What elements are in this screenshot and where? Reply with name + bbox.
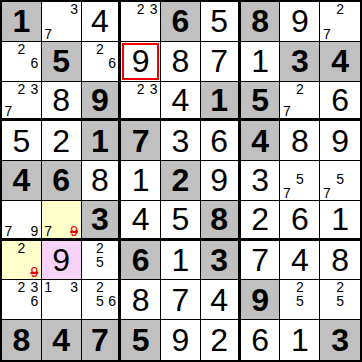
given-digit: 1 <box>12 5 30 37</box>
candidate-7: 7 <box>2 104 15 118</box>
candidate-2: 2 <box>15 280 28 294</box>
candidate-6: 6 <box>28 56 41 70</box>
cell-r2c5[interactable]: 8 <box>161 42 201 82</box>
candidate-7: 7 <box>42 27 55 41</box>
cell-r2c6[interactable]: 7 <box>201 42 241 82</box>
cell-r4c5[interactable]: 3 <box>161 121 201 161</box>
solved-digit: 7 <box>251 244 269 276</box>
cell-r8c7[interactable]: 9 <box>241 280 281 320</box>
solved-digit: 3 <box>172 125 190 157</box>
cell-r6c2[interactable]: 79 <box>42 201 82 241</box>
given-digit: 4 <box>52 324 70 356</box>
pencil-marks: 79 <box>2 201 41 238</box>
given-digit: 9 <box>91 84 109 116</box>
cell-r9c2[interactable]: 4 <box>42 320 82 360</box>
solved-digit: 1 <box>331 203 349 235</box>
cell-r7c7[interactable]: 7 <box>241 241 281 281</box>
given-digit: 1 <box>210 84 228 116</box>
candidate-7: 7 <box>320 27 333 41</box>
pencil-marks: 37 <box>42 2 81 41</box>
cell-r9c3[interactable]: 7 <box>82 320 122 360</box>
struck-candidate-9: 9 <box>68 224 81 238</box>
cell-r2c2[interactable]: 5 <box>42 42 82 82</box>
candidate-9: 9 <box>28 224 41 238</box>
candidate-5: 5 <box>94 255 106 269</box>
pencil-marks: 29 <box>2 241 41 280</box>
cell-r3c1[interactable]: 237 <box>2 82 42 122</box>
pencil-marks: 26 <box>82 42 119 81</box>
given-digit: 5 <box>251 84 269 116</box>
pencil-marks: 25 <box>82 241 119 280</box>
candidate-2: 2 <box>15 82 28 96</box>
candidate-3: 3 <box>147 82 160 96</box>
solved-digit: 9 <box>52 244 70 276</box>
cell-r5c9[interactable]: 57 <box>320 161 360 201</box>
cell-r5c8[interactable]: 57 <box>280 161 320 201</box>
candidate-5: 5 <box>293 172 306 186</box>
solved-digit: 6 <box>331 84 349 116</box>
pencil-marks: 236 <box>2 280 41 319</box>
pencil-marks: 23 <box>121 2 160 41</box>
cell-r2c8[interactable]: 3 <box>280 42 320 82</box>
candidate-1: 1 <box>42 280 55 294</box>
pencil-marks: 23 <box>121 82 160 119</box>
candidate-2: 2 <box>94 280 106 294</box>
cell-r7c9[interactable]: 8 <box>320 241 360 281</box>
given-digit: 7 <box>91 324 109 356</box>
cell-r9c1[interactable]: 8 <box>2 320 42 360</box>
given-digit: 4 <box>331 45 349 77</box>
cell-r6c5[interactable]: 5 <box>161 201 201 241</box>
solved-digit: 7 <box>210 45 228 77</box>
solved-digit: 3 <box>251 164 269 196</box>
cell-r4c9[interactable]: 9 <box>320 121 360 161</box>
cell-r5c2[interactable]: 6 <box>42 161 82 201</box>
solved-digit: 7 <box>172 284 190 316</box>
given-digit: 5 <box>132 324 150 356</box>
solved-digit: 5 <box>210 5 228 37</box>
given-digit: 1 <box>91 125 109 157</box>
solved-digit: 8 <box>331 244 349 276</box>
solved-digit: 6 <box>291 203 309 235</box>
solved-digit: 4 <box>291 244 309 276</box>
cell-r1c7[interactable]: 8 <box>241 2 281 42</box>
candidate-2: 2 <box>15 241 28 255</box>
cell-r8c6[interactable]: 4 <box>201 280 241 320</box>
solved-digit: 8 <box>132 284 150 316</box>
cell-r3c3[interactable]: 9 <box>82 82 122 122</box>
cell-r3c8[interactable]: 27 <box>280 82 320 122</box>
cell-r2c9[interactable]: 4 <box>320 42 360 82</box>
candidate-5: 5 <box>333 294 346 308</box>
pencil-marks: 57 <box>280 161 319 200</box>
pencil-marks: 237 <box>2 82 41 119</box>
cell-r2c1[interactable]: 26 <box>2 42 42 82</box>
cell-r9c8[interactable]: 1 <box>280 320 320 360</box>
pencil-marks: 256 <box>82 280 119 319</box>
cell-r6c4[interactable]: 4 <box>121 201 161 241</box>
cell-r8c1[interactable]: 236 <box>2 280 42 320</box>
candidate-5: 5 <box>293 294 306 308</box>
cell-r6c8[interactable]: 6 <box>280 201 320 241</box>
solved-digit: 6 <box>251 324 269 356</box>
solved-digit: 1 <box>251 45 269 77</box>
cell-r1c3[interactable]: 4 <box>82 2 122 42</box>
cell-r1c5[interactable]: 6 <box>161 2 201 42</box>
solved-digit: 8 <box>91 164 109 196</box>
cell-r6c3[interactable]: 3 <box>82 201 122 241</box>
candidate-2: 2 <box>94 241 106 255</box>
cell-r5c6[interactable]: 9 <box>201 161 241 201</box>
cell-r4c2[interactable]: 2 <box>42 121 82 161</box>
candidate-2: 2 <box>293 280 306 294</box>
cell-r9c5[interactable]: 9 <box>161 320 201 360</box>
candidate-5: 5 <box>94 294 106 308</box>
candidate-3: 3 <box>68 2 81 16</box>
candidate-7: 7 <box>280 186 293 200</box>
given-digit: 3 <box>210 244 228 276</box>
solved-digit: 9 <box>172 324 190 356</box>
cell-r2c3[interactable]: 26 <box>82 42 122 82</box>
cell-r3c6[interactable]: 1 <box>201 82 241 122</box>
solved-digit: 1 <box>132 164 150 196</box>
cell-r1c2[interactable]: 37 <box>42 2 82 42</box>
sudoku-board: 1374236589272652698713423789234152765217… <box>0 0 362 362</box>
cell-r8c3[interactable]: 256 <box>82 280 122 320</box>
solved-digit: 8 <box>291 125 309 157</box>
given-digit: 4 <box>251 125 269 157</box>
given-digit: 3 <box>91 203 109 235</box>
candidate-6: 6 <box>106 56 118 70</box>
solved-digit: 2 <box>52 125 70 157</box>
cell-r6c9[interactable]: 1 <box>320 201 360 241</box>
cell-r4c4[interactable]: 7 <box>121 121 161 161</box>
given-digit: 8 <box>210 203 228 235</box>
cell-r9c9[interactable]: 3 <box>320 320 360 360</box>
cell-r8c4[interactable]: 8 <box>121 280 161 320</box>
cell-r9c7[interactable]: 6 <box>241 320 281 360</box>
cell-r4c8[interactable]: 8 <box>280 121 320 161</box>
solved-digit: 9 <box>291 5 309 37</box>
given-digit: 3 <box>291 45 309 77</box>
given-digit: 4 <box>12 164 30 196</box>
cell-r4c3[interactable]: 1 <box>82 121 122 161</box>
candidate-2: 2 <box>134 82 147 96</box>
cell-r7c8[interactable]: 4 <box>280 241 320 281</box>
cell-r9c4[interactable]: 5 <box>121 320 161 360</box>
cell-r4c6[interactable]: 6 <box>201 121 241 161</box>
cell-r5c3[interactable]: 8 <box>82 161 122 201</box>
solved-digit: 6 <box>210 125 228 157</box>
cell-r1c9[interactable]: 27 <box>320 2 360 42</box>
cell-r8c5[interactable]: 7 <box>161 280 201 320</box>
cell-r1c4[interactable]: 23 <box>121 2 161 42</box>
cell-r5c1[interactable]: 4 <box>2 161 42 201</box>
given-digit: 8 <box>251 5 269 37</box>
solved-digit: 2 <box>251 203 269 235</box>
candidate-3: 3 <box>28 280 41 294</box>
solved-digit: 9 <box>132 45 150 77</box>
candidate-3: 3 <box>147 2 160 16</box>
solved-digit: 1 <box>172 244 190 276</box>
cell-r5c4[interactable]: 1 <box>121 161 161 201</box>
solved-digit: 1 <box>291 324 309 356</box>
cell-r3c5[interactable]: 4 <box>161 82 201 122</box>
candidate-3: 3 <box>28 82 41 96</box>
cell-r3c9[interactable]: 6 <box>320 82 360 122</box>
solved-digit: 4 <box>132 203 150 235</box>
cell-r7c3[interactable]: 25 <box>82 241 122 281</box>
solved-digit: 9 <box>331 125 349 157</box>
pencil-marks: 27 <box>320 2 360 41</box>
cell-r9c6[interactable]: 2 <box>201 320 241 360</box>
given-digit: 6 <box>172 5 190 37</box>
candidate-7: 7 <box>280 104 293 118</box>
given-digit: 3 <box>331 324 349 356</box>
cell-r3c2[interactable]: 8 <box>42 82 82 122</box>
cell-r4c1[interactable]: 5 <box>2 121 42 161</box>
cell-r8c9[interactable]: 25 <box>320 280 360 320</box>
pencil-marks: 57 <box>320 161 360 200</box>
cell-r1c6[interactable]: 5 <box>201 2 241 42</box>
pencil-marks: 13 <box>42 280 81 319</box>
pencil-marks: 26 <box>2 42 41 81</box>
candidate-7: 7 <box>320 186 333 200</box>
given-digit: 9 <box>251 284 269 316</box>
cell-r1c1[interactable]: 1 <box>2 2 42 42</box>
candidate-2: 2 <box>293 82 306 96</box>
solved-digit: 9 <box>210 164 228 196</box>
struck-candidate-9: 9 <box>28 265 41 279</box>
cell-r7c2[interactable]: 9 <box>42 241 82 281</box>
cell-r3c7[interactable]: 5 <box>241 82 281 122</box>
solved-digit: 8 <box>172 45 190 77</box>
cell-r7c4[interactable]: 6 <box>121 241 161 281</box>
cell-r6c6[interactable]: 8 <box>201 201 241 241</box>
cell-r7c6[interactable]: 3 <box>201 241 241 281</box>
candidate-2: 2 <box>15 42 28 56</box>
solved-digit: 5 <box>12 125 30 157</box>
candidate-5: 5 <box>333 172 346 186</box>
given-digit: 6 <box>52 164 70 196</box>
cell-r4c7[interactable]: 4 <box>241 121 281 161</box>
candidate-2: 2 <box>333 2 346 16</box>
candidate-2: 2 <box>333 280 346 294</box>
cell-r8c2[interactable]: 13 <box>42 280 82 320</box>
cell-r7c5[interactable]: 1 <box>161 241 201 281</box>
given-digit: 8 <box>12 324 30 356</box>
cell-r6c1[interactable]: 79 <box>2 201 42 241</box>
candidate-2: 2 <box>94 42 106 56</box>
cell-r2c7[interactable]: 1 <box>241 42 281 82</box>
solved-digit: 4 <box>210 284 228 316</box>
given-digit: 6 <box>132 244 150 276</box>
cell-r7c1[interactable]: 29 <box>2 241 42 281</box>
candidate-7: 7 <box>2 224 15 238</box>
cell-r5c7[interactable]: 3 <box>241 161 281 201</box>
solved-digit: 8 <box>52 84 70 116</box>
cell-r5c5[interactable]: 2 <box>161 161 201 201</box>
given-digit: 2 <box>172 164 190 196</box>
pencil-marks: 25 <box>280 280 319 319</box>
cell-r2c4[interactable]: 9 <box>121 42 161 82</box>
candidate-2: 2 <box>134 2 147 16</box>
given-digit: 7 <box>132 125 150 157</box>
pencil-marks: 27 <box>280 82 319 119</box>
candidate-3: 3 <box>68 280 81 294</box>
pencil-marks: 25 <box>320 280 360 319</box>
cell-r8c8[interactable]: 25 <box>280 280 320 320</box>
solved-digit: 2 <box>210 324 228 356</box>
cell-r6c7[interactable]: 2 <box>241 201 281 241</box>
solved-digit: 4 <box>91 5 109 37</box>
cell-r1c8[interactable]: 9 <box>280 2 320 42</box>
solved-digit: 4 <box>172 84 190 116</box>
given-digit: 5 <box>52 45 70 77</box>
pencil-marks: 79 <box>42 201 81 238</box>
candidate-7: 7 <box>42 224 55 238</box>
solved-digit: 5 <box>172 203 190 235</box>
candidate-6: 6 <box>28 294 41 308</box>
candidate-6: 6 <box>106 294 118 308</box>
cell-r3c4[interactable]: 23 <box>121 82 161 122</box>
